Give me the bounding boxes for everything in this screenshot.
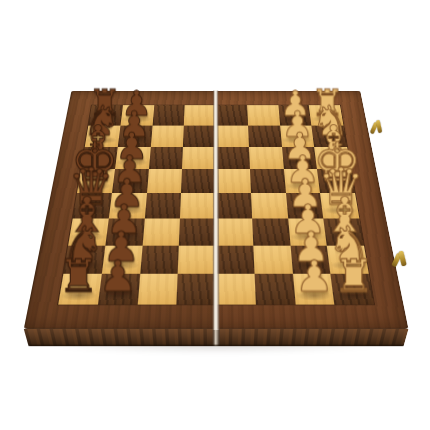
board-front-edge bbox=[24, 329, 409, 346]
square-g3 bbox=[248, 125, 282, 146]
square-d5 bbox=[180, 193, 216, 218]
square-f5 bbox=[182, 147, 216, 169]
square-a6 bbox=[137, 274, 178, 305]
square-c4 bbox=[216, 218, 253, 245]
square-b6 bbox=[140, 245, 179, 274]
fold-seam bbox=[213, 90, 220, 330]
brass-latch-top bbox=[372, 120, 384, 136]
square-h5 bbox=[184, 105, 216, 125]
brass-latch-bottom bbox=[394, 251, 408, 269]
piece-shadow bbox=[292, 260, 330, 270]
square-d6 bbox=[144, 193, 181, 218]
chess-scene: ♜♟♟♜♞♟♟♞♝♟♟♝♚♟♟♚♛♟♟♛♝♟♟♝♞♟♟♞♜♟♟♜ bbox=[0, 0, 430, 430]
square-h4 bbox=[216, 105, 248, 125]
square-h3 bbox=[247, 105, 280, 125]
square-g4 bbox=[216, 125, 249, 146]
square-g6 bbox=[150, 125, 184, 146]
chess-board: ♜♟♟♜♞♟♟♞♝♟♟♝♚♟♟♚♛♟♟♛♝♟♟♝♞♟♟♞♜♟♟♜ bbox=[24, 91, 409, 329]
square-d4 bbox=[216, 193, 252, 218]
piece-shadow bbox=[316, 158, 350, 166]
square-f3 bbox=[249, 147, 284, 169]
square-a2 bbox=[292, 274, 334, 305]
square-e5 bbox=[181, 169, 216, 193]
piece-shadow bbox=[283, 158, 317, 166]
square-d3 bbox=[251, 193, 288, 218]
square-a4 bbox=[216, 274, 256, 305]
square-a3 bbox=[254, 274, 295, 305]
square-e4 bbox=[216, 169, 251, 193]
square-a7 bbox=[98, 274, 140, 305]
square-a8 bbox=[58, 274, 101, 305]
front-edge-seam bbox=[213, 329, 220, 346]
piece-shadow bbox=[329, 260, 367, 270]
product-photo-canvas: ♜♟♟♜♞♟♟♞♝♟♟♝♚♟♟♚♛♟♟♛♝♟♟♝♞♟♟♞♜♟♟♜ bbox=[0, 0, 430, 430]
square-c5 bbox=[179, 218, 216, 245]
square-e6 bbox=[147, 169, 183, 193]
square-b3 bbox=[253, 245, 292, 274]
square-a5 bbox=[177, 274, 216, 305]
square-a1 bbox=[331, 274, 374, 305]
square-h6 bbox=[152, 105, 185, 125]
square-c3 bbox=[252, 218, 290, 245]
square-b5 bbox=[178, 245, 216, 274]
square-c6 bbox=[142, 218, 180, 245]
square-f4 bbox=[216, 147, 250, 169]
square-f6 bbox=[148, 147, 183, 169]
square-e3 bbox=[250, 169, 286, 193]
square-b4 bbox=[216, 245, 254, 274]
piece-shadow bbox=[281, 136, 314, 143]
square-g5 bbox=[183, 125, 216, 146]
piece-shadow bbox=[115, 158, 149, 166]
